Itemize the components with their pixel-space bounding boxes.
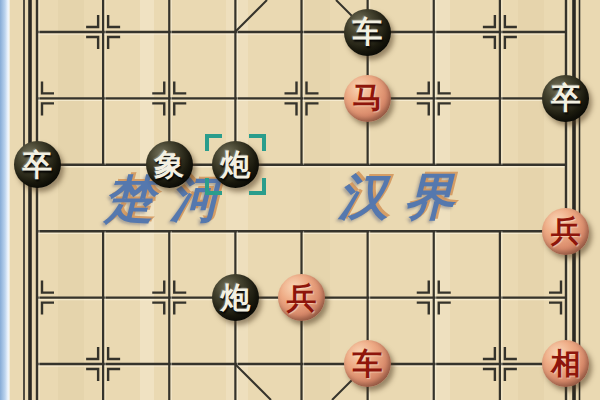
piece-glyph: 兵: [551, 216, 581, 246]
piece-glyph: 相: [551, 349, 581, 379]
piece-black-cannon[interactable]: 炮: [212, 274, 259, 321]
piece-glyph: 兵: [286, 283, 316, 313]
piece-glyph: 马: [353, 83, 383, 113]
piece-glyph: 车: [353, 17, 383, 47]
piece-black-soldier[interactable]: 卒: [14, 141, 61, 188]
selection-highlight: [205, 134, 266, 195]
piece-black-cannon[interactable]: 炮: [212, 141, 259, 188]
piece-black-elephant[interactable]: 象: [146, 141, 193, 188]
piece-black-soldier[interactable]: 卒: [542, 75, 589, 122]
piece-glyph: 卒: [22, 150, 52, 180]
xiangqi-board[interactable]: 楚河 汉界 车马卒卒象炮兵炮兵车相: [0, 0, 600, 400]
piece-red-chariot[interactable]: 车: [344, 340, 391, 387]
piece-red-elephant[interactable]: 相: [542, 340, 589, 387]
piece-red-horse[interactable]: 马: [344, 75, 391, 122]
piece-grid: 车马卒卒象炮兵炮兵车相: [4, 0, 599, 397]
piece-red-soldier[interactable]: 兵: [278, 274, 325, 321]
piece-red-soldier[interactable]: 兵: [542, 208, 589, 255]
piece-glyph: 象: [154, 150, 184, 180]
piece-glyph: 炮: [220, 283, 250, 313]
piece-black-chariot[interactable]: 车: [344, 9, 391, 56]
piece-glyph: 卒: [551, 83, 581, 113]
piece-glyph: 车: [353, 349, 383, 379]
